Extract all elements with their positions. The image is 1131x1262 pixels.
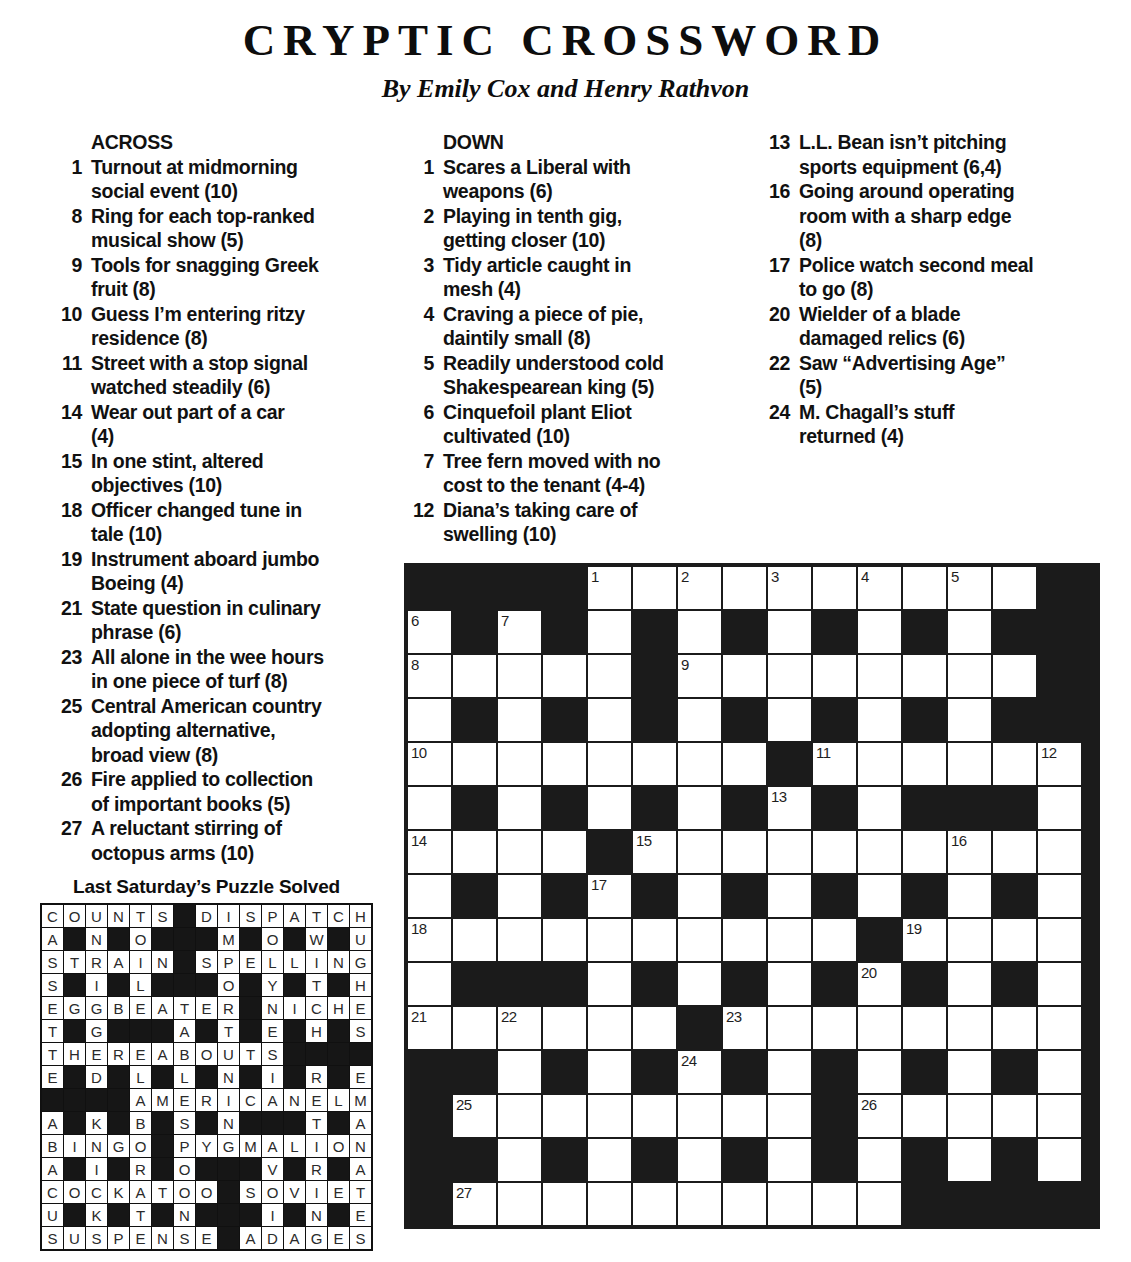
solution-letter: L: [180, 1070, 188, 1085]
puzzle-cell[interactable]: 20: [858, 963, 901, 1005]
cell-number-label: 27: [456, 1184, 472, 1201]
cell-number-label: 14: [411, 832, 427, 849]
clue-text: Saw “Advertising Age” (5): [799, 351, 1005, 400]
solved-cell: A: [284, 1227, 305, 1249]
black-cell: [408, 1095, 451, 1137]
solution-letter: T: [312, 978, 321, 993]
clue: 2Playing in tenth gig, getting closer (1…: [394, 204, 724, 253]
clue-number: 20: [750, 302, 790, 351]
puzzle-cell[interactable]: [678, 875, 721, 917]
solution-letter: O: [135, 1139, 147, 1154]
black-cell: [903, 787, 946, 829]
puzzle-cell[interactable]: [723, 831, 766, 873]
puzzle-cell[interactable]: 19: [903, 919, 946, 961]
solution-letter: E: [355, 1208, 365, 1223]
black-cell: [993, 875, 1036, 917]
solution-letter: E: [179, 1093, 189, 1108]
puzzle-cell[interactable]: 7: [498, 611, 541, 653]
puzzle-cell[interactable]: [588, 919, 631, 961]
solution-letter: L: [334, 1093, 342, 1108]
puzzle-cell[interactable]: [768, 963, 811, 1005]
puzzle-cell[interactable]: [498, 831, 541, 873]
black-cell: [284, 1020, 305, 1042]
puzzle-cell[interactable]: [768, 1095, 811, 1137]
solved-cell: I: [64, 1135, 85, 1157]
solved-cell: G: [306, 1227, 327, 1249]
puzzle-cell[interactable]: [858, 1007, 901, 1049]
solution-letter: E: [355, 1001, 365, 1016]
clue-number: 19: [40, 547, 82, 596]
puzzle-cell[interactable]: [498, 699, 541, 741]
puzzle-cell[interactable]: [768, 831, 811, 873]
solved-cell: E: [42, 997, 63, 1019]
puzzle-cell[interactable]: [858, 787, 901, 829]
puzzle-cell[interactable]: [948, 963, 991, 1005]
puzzle-cell[interactable]: [498, 1095, 541, 1137]
solution-letter: P: [223, 955, 233, 970]
clue: 22Saw “Advertising Age” (5): [750, 351, 1095, 400]
clue-text: Turnout at midmorning social event (10): [91, 155, 298, 204]
black-cell: [152, 1020, 173, 1042]
clue: 1Scares a Liberal with weapons (6): [394, 155, 724, 204]
puzzle-cell[interactable]: [678, 743, 721, 785]
black-cell: [543, 787, 586, 829]
puzzle-cell[interactable]: [948, 1095, 991, 1137]
solved-cell: C: [328, 905, 349, 927]
puzzle-cell[interactable]: [948, 699, 991, 741]
puzzle-cell[interactable]: 6: [408, 611, 451, 653]
puzzle-cell[interactable]: [858, 611, 901, 653]
puzzle-cell[interactable]: [903, 1007, 946, 1049]
solution-letter: A: [289, 909, 299, 924]
puzzle-cell[interactable]: [1038, 1051, 1081, 1093]
black-cell: [284, 974, 305, 996]
solution-letter: N: [223, 1070, 234, 1085]
puzzle-cell[interactable]: [588, 655, 631, 697]
clue-text: Going around operating room with a sharp…: [799, 179, 1014, 253]
solved-cell: T: [130, 905, 151, 927]
solved-cell: N: [284, 1089, 305, 1111]
solution-letter: K: [91, 1208, 101, 1223]
cell-number-label: 22: [501, 1008, 517, 1025]
puzzle-cell[interactable]: [543, 1007, 586, 1049]
puzzle-cell[interactable]: [543, 831, 586, 873]
puzzle-cell[interactable]: [633, 1095, 676, 1137]
black-cell: [284, 1158, 305, 1180]
puzzle-cell[interactable]: [768, 875, 811, 917]
puzzle-cell[interactable]: 10: [408, 743, 451, 785]
solution-letter: K: [91, 1116, 101, 1131]
puzzle-cell[interactable]: [498, 743, 541, 785]
puzzle-cell[interactable]: [498, 1051, 541, 1093]
puzzle-cell[interactable]: [588, 1007, 631, 1049]
puzzle-cell[interactable]: [498, 1139, 541, 1181]
black-cell: [723, 1051, 766, 1093]
puzzle-cell[interactable]: [723, 1095, 766, 1137]
solution-letter: O: [69, 1185, 81, 1200]
clue: 16Going around operating room with a sha…: [750, 179, 1095, 253]
solved-cell: I: [86, 974, 107, 996]
solution-letter: T: [180, 1001, 189, 1016]
clue: 27A reluctant stirring of octopus arms (…: [40, 816, 376, 865]
puzzle-cell[interactable]: [633, 1007, 676, 1049]
clue-number: 26: [40, 767, 82, 816]
puzzle-cell[interactable]: [768, 919, 811, 961]
black-cell: [152, 1066, 173, 1088]
puzzle-cell[interactable]: [858, 655, 901, 697]
solution-letter: E: [201, 1231, 211, 1246]
puzzle-cell[interactable]: [498, 875, 541, 917]
solved-cell: H: [328, 997, 349, 1019]
puzzle-cell[interactable]: [1038, 1139, 1081, 1181]
puzzle-cell[interactable]: [858, 875, 901, 917]
cell-number-label: 25: [456, 1096, 472, 1113]
solved-cell: I: [130, 951, 151, 973]
puzzle-cell[interactable]: 8: [408, 655, 451, 697]
solution-letter: A: [245, 1231, 255, 1246]
solved-cell: O: [218, 974, 239, 996]
solution-letter: E: [135, 1001, 145, 1016]
puzzle-cell[interactable]: 17: [588, 875, 631, 917]
puzzle-cell[interactable]: [813, 567, 856, 609]
solved-cell: E: [130, 997, 151, 1019]
solution-letter: E: [333, 1231, 343, 1246]
solved-cell: T: [306, 905, 327, 927]
puzzle-cell[interactable]: [453, 831, 496, 873]
across-header: ACROSS: [91, 130, 376, 155]
solved-cell: T: [240, 1043, 261, 1065]
black-cell: [64, 1204, 85, 1226]
puzzle-cell[interactable]: [543, 1095, 586, 1137]
puzzle-cell[interactable]: [453, 919, 496, 961]
puzzle-cell[interactable]: [588, 699, 631, 741]
solved-cell: A: [130, 1181, 151, 1203]
puzzle-cell[interactable]: [903, 831, 946, 873]
puzzle-cell[interactable]: [1038, 1007, 1081, 1049]
solution-letter: I: [94, 978, 98, 993]
black-cell: [903, 699, 946, 741]
solution-letter: O: [135, 932, 147, 947]
black-cell: [723, 875, 766, 917]
puzzle-cell[interactable]: [948, 611, 991, 653]
solved-cell: L: [284, 951, 305, 973]
solved-cell: S: [240, 905, 261, 927]
black-cell: [284, 1066, 305, 1088]
solution-letter: G: [311, 1231, 323, 1246]
puzzle-cell[interactable]: [498, 919, 541, 961]
puzzle-cell[interactable]: [588, 1183, 631, 1225]
puzzle-cell[interactable]: 22: [498, 1007, 541, 1049]
solved-cell: K: [86, 1204, 107, 1226]
solution-letter: S: [179, 1116, 189, 1131]
black-cell: [152, 1112, 173, 1134]
puzzle-cell[interactable]: [543, 655, 586, 697]
puzzle-cell[interactable]: [723, 655, 766, 697]
puzzle-cell[interactable]: [498, 787, 541, 829]
puzzle-cell[interactable]: [498, 1183, 541, 1225]
black-cell: [64, 1066, 85, 1088]
clue-text: Ring for each top-ranked musical show (5…: [91, 204, 315, 253]
black-cell: [723, 699, 766, 741]
solved-cell: I: [306, 1181, 327, 1203]
puzzle-cell[interactable]: [948, 919, 991, 961]
solution-letter: G: [69, 1001, 81, 1016]
puzzle-cell[interactable]: [813, 831, 856, 873]
cell-number-label: 24: [681, 1052, 697, 1069]
puzzle-cell[interactable]: 12: [1038, 743, 1081, 785]
puzzle-cell[interactable]: [858, 743, 901, 785]
clue-number: 11: [40, 351, 82, 400]
solved-cell: A: [42, 1158, 63, 1180]
solved-cell: A: [240, 1227, 261, 1249]
puzzle-cell[interactable]: [858, 1183, 901, 1225]
solution-letter: H: [69, 1047, 80, 1062]
black-cell: [453, 963, 496, 1005]
clue-text: State question in culinary phrase (6): [91, 596, 321, 645]
solution-letter: R: [311, 1070, 322, 1085]
black-cell: [218, 1158, 239, 1180]
solution-letter: N: [355, 1139, 366, 1154]
puzzle-cell[interactable]: [588, 787, 631, 829]
solution-letter: S: [47, 1231, 57, 1246]
cell-number-label: 1: [591, 568, 599, 585]
puzzle-cell[interactable]: [768, 1139, 811, 1181]
clue: 20Wielder of a blade damaged relics (6): [750, 302, 1095, 351]
puzzle-cell[interactable]: [768, 611, 811, 653]
clue-text: Craving a piece of pie, daintily small (…: [443, 302, 643, 351]
puzzle-cell[interactable]: [678, 1139, 721, 1181]
solution-letter: E: [311, 1093, 321, 1108]
puzzle-cell[interactable]: [723, 1183, 766, 1225]
solved-cell: P: [262, 905, 283, 927]
puzzle-cell[interactable]: [543, 743, 586, 785]
solution-letter: E: [135, 1047, 145, 1062]
puzzle-cell[interactable]: [678, 963, 721, 1005]
puzzle-cell[interactable]: [723, 567, 766, 609]
puzzle-cell[interactable]: [633, 1183, 676, 1225]
black-cell: [633, 1139, 676, 1181]
cell-number-label: 12: [1041, 744, 1057, 761]
puzzle-cell[interactable]: [1038, 831, 1081, 873]
puzzle-cell[interactable]: [993, 655, 1036, 697]
puzzle-cell[interactable]: [678, 699, 721, 741]
puzzle-cell[interactable]: [588, 1051, 631, 1093]
clue-text: Central American country adopting altern…: [91, 694, 321, 768]
puzzle-cell[interactable]: [768, 699, 811, 741]
puzzle-cell[interactable]: [723, 743, 766, 785]
puzzle-cell[interactable]: [768, 1051, 811, 1093]
puzzle-cell[interactable]: [678, 611, 721, 653]
puzzle-cell[interactable]: 1: [588, 567, 631, 609]
solved-cell: E: [306, 1089, 327, 1111]
black-cell: [993, 1139, 1036, 1181]
puzzle-cell[interactable]: [408, 875, 451, 917]
solved-cell: P: [108, 1227, 129, 1249]
puzzle-cell[interactable]: [948, 1007, 991, 1049]
solved-cell: I: [218, 905, 239, 927]
puzzle-cell[interactable]: 25: [453, 1095, 496, 1137]
puzzle-cell[interactable]: [543, 919, 586, 961]
solved-cell: H: [64, 1043, 85, 1065]
black-cell: [453, 699, 496, 741]
puzzle-cell[interactable]: [1038, 919, 1081, 961]
solution-letter: A: [135, 1093, 145, 1108]
puzzle-cell[interactable]: [678, 787, 721, 829]
puzzle-cell[interactable]: [813, 1007, 856, 1049]
puzzle-cell[interactable]: 9: [678, 655, 721, 697]
puzzle-cell[interactable]: [588, 1139, 631, 1181]
solved-cell: H: [306, 1020, 327, 1042]
puzzle-cell[interactable]: [633, 743, 676, 785]
solved-cell: B: [130, 1112, 151, 1134]
puzzle-cell[interactable]: [1038, 875, 1081, 917]
puzzle-cell[interactable]: [903, 1095, 946, 1137]
puzzle-cell[interactable]: 26: [858, 1095, 901, 1137]
puzzle-cell[interactable]: [813, 655, 856, 697]
puzzle-cell[interactable]: [993, 919, 1036, 961]
clue: 5Readily understood cold Shakespearean k…: [394, 351, 724, 400]
puzzle-cell[interactable]: [903, 567, 946, 609]
puzzle-cell[interactable]: [768, 1183, 811, 1225]
solution-letter: C: [311, 1001, 322, 1016]
down-clue-list-b: 13L.L. Bean isn’t pitching sports equipm…: [750, 130, 1095, 449]
solution-letter: N: [223, 1116, 234, 1131]
puzzle-cell[interactable]: [993, 743, 1036, 785]
solution-letter: R: [91, 955, 102, 970]
puzzle-cell[interactable]: [678, 1095, 721, 1137]
puzzle-cell[interactable]: 21: [408, 1007, 451, 1049]
puzzle-cell[interactable]: [1038, 1095, 1081, 1137]
solution-letter: R: [201, 1093, 212, 1108]
black-cell: [196, 1112, 217, 1134]
puzzle-cell[interactable]: 4: [858, 567, 901, 609]
solution-letter: S: [267, 1047, 277, 1062]
puzzle-cell[interactable]: 24: [678, 1051, 721, 1093]
solved-cell: E: [350, 997, 371, 1019]
puzzle-cell[interactable]: [858, 1139, 901, 1181]
clue-text: Tree fern moved with no cost to the tena…: [443, 449, 660, 498]
puzzle-cell[interactable]: [1038, 787, 1081, 829]
clue-text: A reluctant stirring of octopus arms (10…: [91, 816, 282, 865]
puzzle-cell[interactable]: [948, 655, 991, 697]
puzzle-cell[interactable]: [678, 919, 721, 961]
puzzle-cell[interactable]: 2: [678, 567, 721, 609]
puzzle-cell[interactable]: [768, 655, 811, 697]
puzzle-cell[interactable]: 18: [408, 919, 451, 961]
solved-cell: R: [108, 1043, 129, 1065]
solution-letter: I: [314, 1185, 318, 1200]
puzzle-cell[interactable]: [543, 1183, 586, 1225]
puzzle-cell[interactable]: [948, 1051, 991, 1093]
puzzle-cell[interactable]: [633, 919, 676, 961]
puzzle-cell[interactable]: [723, 919, 766, 961]
puzzle-cell[interactable]: 16: [948, 831, 991, 873]
solution-letter: B: [113, 1001, 123, 1016]
solution-letter: R: [135, 1162, 146, 1177]
puzzle-cell[interactable]: [858, 699, 901, 741]
puzzle-cell[interactable]: [768, 1007, 811, 1049]
puzzle-cell[interactable]: [453, 655, 496, 697]
solved-cell: R: [306, 1158, 327, 1180]
puzzle-cell[interactable]: [903, 655, 946, 697]
solution-letter: U: [69, 1231, 80, 1246]
solved-cell: A: [262, 1135, 283, 1157]
solution-letter: T: [224, 1024, 233, 1039]
puzzle-cell[interactable]: [588, 1095, 631, 1137]
black-cell: [284, 1112, 305, 1134]
solution-letter: A: [355, 1162, 365, 1177]
puzzle-cell[interactable]: [408, 699, 451, 741]
puzzle-cell[interactable]: [858, 1051, 901, 1093]
solved-cell: B: [108, 997, 129, 1019]
puzzle-cell[interactable]: [678, 831, 721, 873]
black-cell: [813, 611, 856, 653]
puzzle-cell[interactable]: 14: [408, 831, 451, 873]
solution-letter: E: [47, 1070, 57, 1085]
puzzle-cell[interactable]: 3: [768, 567, 811, 609]
puzzle-cell[interactable]: [453, 743, 496, 785]
solution-letter: O: [267, 1185, 279, 1200]
puzzle-cell[interactable]: 5: [948, 567, 991, 609]
puzzle-cell[interactable]: [993, 1007, 1036, 1049]
puzzle-cell[interactable]: [948, 875, 991, 917]
puzzle-cell[interactable]: [678, 1183, 721, 1225]
puzzle-cell[interactable]: [813, 919, 856, 961]
puzzle-cell[interactable]: [498, 655, 541, 697]
solved-cell: N: [86, 928, 107, 950]
black-cell: [993, 699, 1036, 741]
solved-cell: C: [42, 905, 63, 927]
puzzle-cell[interactable]: [993, 831, 1036, 873]
puzzle-cell[interactable]: [408, 787, 451, 829]
puzzle-cell[interactable]: [588, 963, 631, 1005]
puzzle-cell[interactable]: 27: [453, 1183, 496, 1225]
solution-letter: I: [270, 1208, 274, 1223]
puzzle-cell[interactable]: [453, 1007, 496, 1049]
puzzle-cell[interactable]: [993, 567, 1036, 609]
solution-letter: B: [47, 1139, 57, 1154]
solution-letter: T: [158, 1185, 167, 1200]
solved-cell: S: [42, 974, 63, 996]
black-cell: [108, 1158, 129, 1180]
solution-letter: I: [72, 1139, 76, 1154]
puzzle-cell[interactable]: [633, 567, 676, 609]
solution-letter: E: [333, 1185, 343, 1200]
puzzle-cell[interactable]: [948, 1139, 991, 1181]
black-cell: [453, 567, 496, 609]
cell-number-label: 17: [591, 876, 607, 893]
puzzle-cell[interactable]: 11: [813, 743, 856, 785]
puzzle-cell[interactable]: 15: [633, 831, 676, 873]
puzzle-cell[interactable]: [588, 611, 631, 653]
puzzle-cell[interactable]: [903, 743, 946, 785]
puzzle-cell[interactable]: [408, 963, 451, 1005]
puzzle-cell[interactable]: 13: [768, 787, 811, 829]
puzzle-cell[interactable]: [993, 1095, 1036, 1137]
puzzle-cell[interactable]: [948, 743, 991, 785]
solved-cell: P: [174, 1135, 195, 1157]
clue: 21State question in culinary phrase (6): [40, 596, 376, 645]
puzzle-cell[interactable]: 23: [723, 1007, 766, 1049]
down-clue-column-b: 13L.L. Bean isn’t pitching sports equipm…: [750, 130, 1095, 449]
puzzle-cell[interactable]: [1038, 963, 1081, 1005]
puzzle-cell[interactable]: [858, 831, 901, 873]
puzzle-cell[interactable]: [588, 743, 631, 785]
solved-cell: T: [350, 1181, 371, 1203]
solved-cell: G: [86, 997, 107, 1019]
puzzle-cell[interactable]: [813, 1183, 856, 1225]
solved-cell: V: [262, 1158, 283, 1180]
